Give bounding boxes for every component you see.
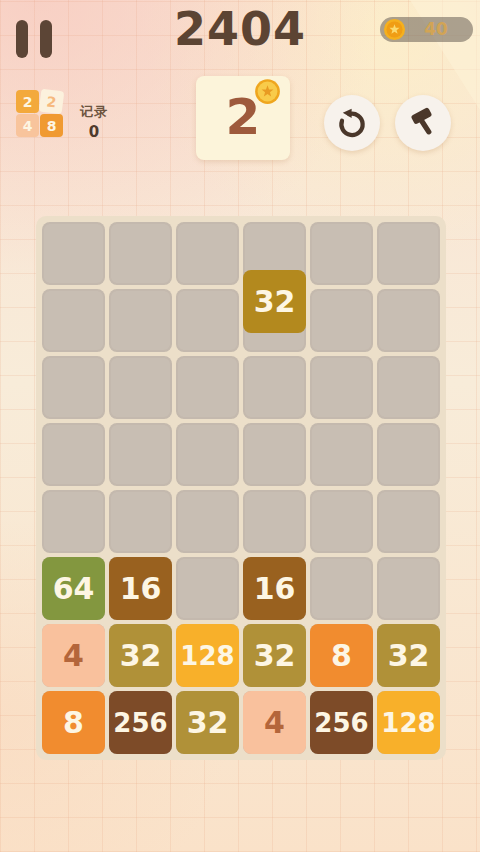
tile-16: 16 [243,557,306,620]
tile-32: 32 [109,624,172,687]
cell-r2c5[interactable] [310,289,373,352]
cell-r1c6[interactable] [377,222,440,285]
cell-r3c1[interactable] [42,356,105,419]
tile-8: 8 [42,691,105,754]
cell-r5c3[interactable] [176,490,239,553]
coin-counter[interactable]: 40 [380,17,473,42]
cell-r7c3[interactable]: 128 [176,624,239,687]
cell-r6c1[interactable]: 64 [42,557,105,620]
cell-r3c3[interactable] [176,356,239,419]
cell-r8c5[interactable]: 256 [310,691,373,754]
cell-r8c2[interactable]: 256 [109,691,172,754]
cell-r2c2[interactable] [109,289,172,352]
cell-r5c1[interactable] [42,490,105,553]
record-value: 0 [74,123,114,141]
cell-r1c3[interactable] [176,222,239,285]
record-label: 记录 [74,103,114,121]
cell-r5c6[interactable] [377,490,440,553]
cell-r3c4[interactable] [243,356,306,419]
cell-r7c5[interactable]: 8 [310,624,373,687]
cell-r8c4[interactable]: 4 [243,691,306,754]
cell-r3c2[interactable] [109,356,172,419]
cell-r1c1[interactable] [42,222,105,285]
falling-tile-32: 32 [243,270,306,333]
cell-r3c5[interactable] [310,356,373,419]
cell-r6c2[interactable]: 16 [109,557,172,620]
cell-r1c2[interactable] [109,222,172,285]
cell-r8c6[interactable]: 128 [377,691,440,754]
cell-r7c1[interactable]: 4 [42,624,105,687]
cell-r6c4[interactable]: 16 [243,557,306,620]
cell-r6c5[interactable] [310,557,373,620]
cell-r4c5[interactable] [310,423,373,486]
cell-r8c3[interactable]: 32 [176,691,239,754]
cell-r4c4[interactable] [243,423,306,486]
undo-arrow-icon [335,106,369,140]
record-block: 记录 0 [74,103,114,141]
cell-r5c4[interactable] [243,490,306,553]
cell-r1c5[interactable] [310,222,373,285]
cell-r2c6[interactable] [377,289,440,352]
board: 641616432128328328256324256128 32 [36,216,446,760]
tile-256: 256 [310,691,373,754]
cell-r7c4[interactable]: 32 [243,624,306,687]
undo-button[interactable] [324,95,380,151]
cell-r4c1[interactable] [42,423,105,486]
tile-256: 256 [109,691,172,754]
logo-tile: 8 [40,114,63,137]
coin-star-icon [383,18,406,41]
logo-tile: 2 [16,90,39,113]
tile-4: 4 [42,624,105,687]
cell-r8c1[interactable]: 8 [42,691,105,754]
tile-128: 128 [176,624,239,687]
cell-r2c1[interactable] [42,289,105,352]
tile-32: 32 [176,691,239,754]
tile-128: 128 [377,691,440,754]
cell-r6c3[interactable] [176,557,239,620]
cell-r4c6[interactable] [377,423,440,486]
tile-32: 32 [377,624,440,687]
tile-64: 64 [42,557,105,620]
tile-16: 16 [109,557,172,620]
cell-r5c5[interactable] [310,490,373,553]
tile-4: 4 [243,691,306,754]
tile-8: 8 [310,624,373,687]
cell-r3c6[interactable] [377,356,440,419]
hammer-button[interactable] [395,95,451,151]
cell-r2c3[interactable] [176,289,239,352]
logo-tile: 4 [16,114,39,137]
cell-r5c2[interactable] [109,490,172,553]
coin-star-icon [254,78,281,105]
hammer-icon [405,105,441,141]
board-grid: 641616432128328328256324256128 [42,222,440,754]
screen: 2404 40 2 2 4 8 记录 0 2 [0,0,480,852]
next-tile-card: 2 [196,76,290,160]
cell-r4c3[interactable] [176,423,239,486]
cell-r7c6[interactable]: 32 [377,624,440,687]
cell-r7c2[interactable]: 32 [109,624,172,687]
coin-count: 40 [410,17,462,42]
cell-r4c2[interactable] [109,423,172,486]
logo-tile: 2 [39,89,65,115]
game-logo: 2 2 4 8 [16,90,63,137]
tile-32: 32 [243,624,306,687]
cell-r6c6[interactable] [377,557,440,620]
